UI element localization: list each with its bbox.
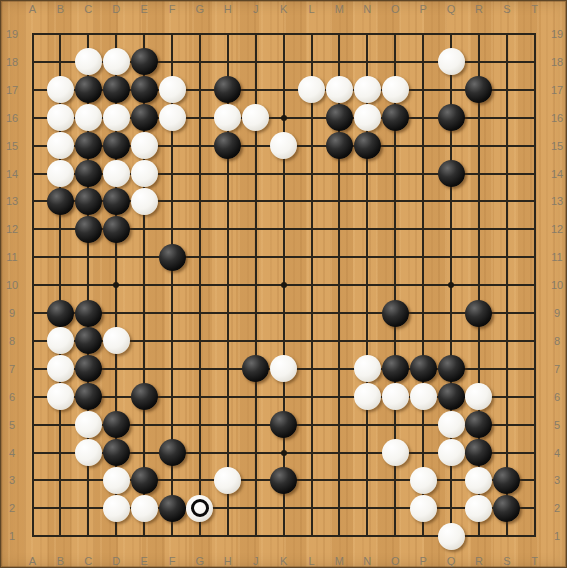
coord-label-19: 19 [2,28,22,40]
coord-label-10: 10 [547,279,567,291]
black-stone-P7[interactable] [410,355,437,382]
white-stone-B7[interactable] [47,355,74,382]
white-stone-B16[interactable] [47,104,74,131]
coord-label-18: 18 [2,56,22,68]
white-stone-O4[interactable] [382,439,409,466]
white-stone-P6[interactable] [410,383,437,410]
coord-label-2: 2 [2,502,22,514]
coord-label-17: 17 [2,84,22,96]
white-stone-D16[interactable] [103,104,130,131]
black-stone-D13[interactable] [103,188,130,215]
black-stone-D15[interactable] [103,132,130,159]
coord-label-T: T [525,3,545,15]
black-stone-H15[interactable] [214,132,241,159]
coord-label-H: H [218,555,238,567]
white-stone-R3[interactable] [465,467,492,494]
coord-label-L: L [302,3,322,15]
black-stone-R5[interactable] [465,411,492,438]
coord-label-5: 5 [547,419,567,431]
black-stone-C12[interactable] [75,216,102,243]
coord-label-18: 18 [547,56,567,68]
black-stone-J7[interactable] [242,355,269,382]
grid-line-vertical [534,33,536,537]
white-stone-B6[interactable] [47,383,74,410]
white-stone-H16[interactable] [214,104,241,131]
black-stone-D4[interactable] [103,439,130,466]
black-stone-N15[interactable] [354,132,381,159]
coord-label-A: A [23,555,43,567]
coord-label-16: 16 [547,112,567,124]
white-stone-J16[interactable] [242,104,269,131]
white-stone-P3[interactable] [410,467,437,494]
coord-label-T: T [525,555,545,567]
coord-label-J: J [246,3,266,15]
black-stone-B13[interactable] [47,188,74,215]
black-stone-C15[interactable] [75,132,102,159]
coord-label-9: 9 [547,307,567,319]
white-stone-F17[interactable] [159,76,186,103]
black-stone-D12[interactable] [103,216,130,243]
coord-label-G: G [190,555,210,567]
coord-label-12: 12 [2,223,22,235]
last-move-marker [191,499,209,517]
coord-label-N: N [357,555,377,567]
coord-label-8: 8 [2,335,22,347]
black-stone-C7[interactable] [75,355,102,382]
black-stone-Q7[interactable] [438,355,465,382]
white-stone-N7[interactable] [354,355,381,382]
white-stone-C5[interactable] [75,411,102,438]
black-stone-C9[interactable] [75,300,102,327]
coord-label-J: J [246,555,266,567]
coord-label-F: F [162,3,182,15]
coord-label-A: A [23,3,43,15]
coord-label-Q: Q [441,555,461,567]
go-board[interactable]: ABCDEFGHJKLMNOPQRST ABCDEFGHJKLMNOPQRST … [0,0,567,568]
white-stone-R6[interactable] [465,383,492,410]
coord-label-8: 8 [547,335,567,347]
black-stone-E18[interactable] [131,48,158,75]
grid-line-vertical [311,33,313,537]
white-stone-O17[interactable] [382,76,409,103]
coord-label-13: 13 [2,195,22,207]
coord-label-D: D [106,3,126,15]
black-stone-M16[interactable] [326,104,353,131]
black-stone-F2[interactable] [159,495,186,522]
white-stone-N16[interactable] [354,104,381,131]
black-stone-F11[interactable] [159,244,186,271]
coord-label-M: M [329,555,349,567]
coord-label-2: 2 [547,502,567,514]
white-stone-B14[interactable] [47,160,74,187]
star-point-D10 [113,282,119,288]
coord-label-11: 11 [2,251,22,263]
grid-line-vertical [422,33,424,537]
white-stone-Q1[interactable] [438,523,465,550]
black-stone-S2[interactable] [493,495,520,522]
grid-line-horizontal [32,312,536,314]
coord-label-F: F [162,555,182,567]
white-stone-C4[interactable] [75,439,102,466]
star-point-Q10 [448,282,454,288]
white-stone-D14[interactable] [103,160,130,187]
white-stone-B8[interactable] [47,327,74,354]
black-stone-R9[interactable] [465,300,492,327]
coord-label-G: G [190,3,210,15]
black-stone-K5[interactable] [270,411,297,438]
white-stone-R2[interactable] [465,495,492,522]
white-stone-D2[interactable] [103,495,130,522]
coord-label-10: 10 [2,279,22,291]
coord-label-7: 7 [2,363,22,375]
black-stone-C17[interactable] [75,76,102,103]
white-stone-M17[interactable] [326,76,353,103]
white-stone-Q5[interactable] [438,411,465,438]
black-stone-Q16[interactable] [438,104,465,131]
black-stone-R17[interactable] [465,76,492,103]
black-stone-H17[interactable] [214,76,241,103]
star-point-K16 [281,115,287,121]
coord-label-C: C [78,555,98,567]
white-stone-P2[interactable] [410,495,437,522]
white-stone-N6[interactable] [354,383,381,410]
coord-label-17: 17 [547,84,567,96]
white-stone-E15[interactable] [131,132,158,159]
black-stone-E17[interactable] [131,76,158,103]
white-stone-N17[interactable] [354,76,381,103]
black-stone-E3[interactable] [131,467,158,494]
black-stone-M15[interactable] [326,132,353,159]
white-stone-L17[interactable] [298,76,325,103]
black-stone-D5[interactable] [103,411,130,438]
coord-label-1: 1 [547,530,567,542]
black-stone-C8[interactable] [75,327,102,354]
coord-label-12: 12 [547,223,567,235]
coord-label-D: D [106,555,126,567]
white-stone-F16[interactable] [159,104,186,131]
black-stone-Q14[interactable] [438,160,465,187]
coord-label-7: 7 [547,363,567,375]
white-stone-E13[interactable] [131,188,158,215]
coord-label-4: 4 [547,447,567,459]
coord-label-K: K [274,3,294,15]
coord-label-P: P [413,555,433,567]
star-point-K10 [281,282,287,288]
coord-label-1: 1 [2,530,22,542]
black-stone-D17[interactable] [103,76,130,103]
black-stone-K3[interactable] [270,467,297,494]
coord-label-S: S [497,3,517,15]
coord-label-R: R [469,3,489,15]
coord-label-P: P [413,3,433,15]
coord-label-16: 16 [2,112,22,124]
white-stone-Q4[interactable] [438,439,465,466]
coord-label-N: N [357,3,377,15]
black-stone-E16[interactable] [131,104,158,131]
white-stone-K7[interactable] [270,355,297,382]
coord-label-3: 3 [547,474,567,486]
black-stone-O7[interactable] [382,355,409,382]
white-stone-C16[interactable] [75,104,102,131]
coord-label-13: 13 [547,195,567,207]
black-stone-O16[interactable] [382,104,409,131]
coord-label-Q: Q [441,3,461,15]
coord-label-9: 9 [2,307,22,319]
coord-label-E: E [134,3,154,15]
coord-label-5: 5 [2,419,22,431]
coord-label-K: K [274,555,294,567]
black-stone-Q6[interactable] [438,383,465,410]
coord-label-L: L [302,555,322,567]
white-stone-D8[interactable] [103,327,130,354]
coord-label-4: 4 [2,447,22,459]
white-stone-G2[interactable] [186,495,213,522]
coord-label-E: E [134,555,154,567]
black-stone-R4[interactable] [465,439,492,466]
white-stone-K15[interactable] [270,132,297,159]
black-stone-C14[interactable] [75,160,102,187]
black-stone-B9[interactable] [47,300,74,327]
coord-label-B: B [50,3,70,15]
coord-label-M: M [329,3,349,15]
white-stone-E2[interactable] [131,495,158,522]
coord-label-B: B [50,555,70,567]
white-stone-H3[interactable] [214,467,241,494]
white-stone-D18[interactable] [103,48,130,75]
coord-label-6: 6 [547,391,567,403]
coord-label-O: O [385,555,405,567]
white-stone-D3[interactable] [103,467,130,494]
white-stone-B15[interactable] [47,132,74,159]
white-stone-E14[interactable] [131,160,158,187]
coord-label-R: R [469,555,489,567]
coord-label-14: 14 [547,168,567,180]
coord-label-19: 19 [547,28,567,40]
star-point-K4 [281,450,287,456]
black-stone-C13[interactable] [75,188,102,215]
white-stone-C18[interactable] [75,48,102,75]
black-stone-O9[interactable] [382,300,409,327]
black-stone-C6[interactable] [75,383,102,410]
coord-label-H: H [218,3,238,15]
white-stone-B17[interactable] [47,76,74,103]
coord-label-S: S [497,555,517,567]
coord-label-C: C [78,3,98,15]
white-stone-O6[interactable] [382,383,409,410]
black-stone-S3[interactable] [493,467,520,494]
coord-label-14: 14 [2,168,22,180]
coord-label-O: O [385,3,405,15]
black-stone-E6[interactable] [131,383,158,410]
grid-line-vertical [506,33,508,537]
black-stone-F4[interactable] [159,439,186,466]
coord-label-15: 15 [2,140,22,152]
white-stone-Q18[interactable] [438,48,465,75]
coord-label-6: 6 [2,391,22,403]
coord-label-3: 3 [2,474,22,486]
coord-label-15: 15 [547,140,567,152]
coord-label-11: 11 [547,251,567,263]
